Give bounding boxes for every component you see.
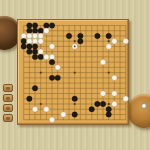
- white-stone: [123, 38, 128, 43]
- button-icon: [6, 97, 10, 100]
- black-stone: [55, 75, 60, 80]
- star-point: [74, 72, 76, 74]
- black-stone: [72, 112, 77, 117]
- side-toolbar: [3, 84, 14, 125]
- white-stone: [21, 33, 26, 38]
- side-button-2[interactable]: [3, 94, 13, 102]
- black-stone: [49, 59, 54, 64]
- black-stone: [100, 101, 105, 106]
- button-icon: [6, 87, 10, 90]
- black-stone: [21, 44, 26, 49]
- black-stone: [44, 23, 49, 28]
- black-stone: [27, 28, 32, 33]
- star-point: [108, 72, 110, 74]
- white-stone: [27, 33, 32, 38]
- white-stone: [44, 28, 49, 33]
- white-stone: [100, 59, 105, 64]
- white-stone: [112, 75, 117, 80]
- white-stone: [112, 91, 117, 96]
- black-stone: [72, 96, 77, 101]
- black-stone: [95, 33, 100, 38]
- black-stone: [95, 101, 100, 106]
- white-stone: [112, 101, 117, 106]
- go-board[interactable]: [17, 19, 129, 125]
- black-stone: [32, 23, 37, 28]
- black-stone: [32, 44, 37, 49]
- black-stone: [106, 107, 111, 112]
- board-grid: [18, 20, 130, 126]
- white-stone: [32, 107, 37, 112]
- button-icon: [6, 117, 10, 120]
- side-button-3[interactable]: [3, 104, 13, 112]
- white-stone: [49, 44, 54, 49]
- white-stone: [49, 117, 54, 122]
- white-stone: [55, 65, 60, 70]
- black-stone: [27, 96, 32, 101]
- white-stone: [44, 107, 49, 112]
- button-icon: [6, 107, 10, 110]
- white-stone: [61, 112, 66, 117]
- star-point: [40, 72, 42, 74]
- black-stone: [106, 33, 111, 38]
- star-point: [108, 103, 110, 105]
- star-point: [74, 103, 76, 105]
- black-stone: [78, 38, 83, 43]
- black-stone: [49, 75, 54, 80]
- white-stone: [38, 38, 43, 43]
- last-move-marker: [74, 46, 76, 48]
- white-stone: [100, 91, 105, 96]
- white-stone: [38, 49, 43, 54]
- black-stone: [89, 107, 94, 112]
- side-button-4[interactable]: [3, 114, 13, 122]
- white-stone: [123, 96, 128, 101]
- black-stone: [49, 23, 54, 28]
- white-stone: [38, 33, 43, 38]
- black-stone: [32, 54, 37, 59]
- black-stone: [38, 28, 43, 33]
- black-stone: [32, 49, 37, 54]
- black-stone: [27, 23, 32, 28]
- black-stone: [27, 44, 32, 49]
- white-stone: [49, 54, 54, 59]
- white-stone: [27, 38, 32, 43]
- black-stone: [27, 49, 32, 54]
- black-stone: [78, 33, 83, 38]
- white-stone: [106, 44, 111, 49]
- black-stone: [32, 28, 37, 33]
- black-stone: [21, 38, 26, 43]
- star-point: [108, 40, 110, 42]
- white-stone: [32, 38, 37, 43]
- white-stone: [32, 33, 37, 38]
- side-button-1[interactable]: [3, 84, 13, 92]
- captured-stones-bowl-bottom-right: [127, 94, 150, 128]
- black-stone: [38, 54, 43, 59]
- black-stone: [66, 33, 71, 38]
- star-point: [74, 40, 76, 42]
- black-stone: [106, 112, 111, 117]
- white-stone: [44, 54, 49, 59]
- white-stone: [112, 38, 117, 43]
- white-stone-in-bowl: [141, 103, 147, 109]
- black-stone: [32, 86, 37, 91]
- go-app-screen: [0, 0, 150, 150]
- star-point: [40, 103, 42, 105]
